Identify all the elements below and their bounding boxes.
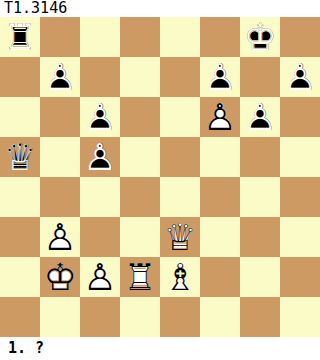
white-bishop-piece: ♝♗ [160,257,200,297]
square-g6[interactable]: ♟♙ [240,97,280,137]
square-a1[interactable] [0,297,40,337]
square-d5[interactable] [120,137,160,177]
queen-glyph-outline: ♕ [160,217,200,257]
square-b8[interactable] [40,17,80,57]
square-e1[interactable] [160,297,200,337]
black-pawn-piece: ♟♙ [40,57,80,97]
move-prompt: 1. ? [8,338,44,360]
white-king-piece: ♚♔ [40,257,80,297]
square-c5[interactable]: ♟♙ [80,137,120,177]
square-f1[interactable] [200,297,240,337]
square-b7[interactable]: ♟♙ [40,57,80,97]
queen-glyph-outline: ♕ [0,137,40,177]
square-f2[interactable] [200,257,240,297]
square-e7[interactable] [160,57,200,97]
square-c8[interactable] [80,17,120,57]
square-d8[interactable] [120,17,160,57]
chess-puzzle-window: T1.3146 ♜♖♚♔♟♙♟♙♟♙♟♙♟♙♟♙♛♕♟♙♟♙♛♕♚♔♟♙♜♖♝♗… [0,0,320,360]
square-e6[interactable] [160,97,200,137]
square-c6[interactable]: ♟♙ [80,97,120,137]
square-f4[interactable] [200,177,240,217]
pawn-glyph-fill: ♟ [40,57,80,97]
square-b6[interactable] [40,97,80,137]
queen-glyph-fill: ♛ [160,217,200,257]
pawn-glyph-outline: ♙ [80,97,120,137]
square-a3[interactable] [0,217,40,257]
pawn-glyph-fill: ♟ [80,97,120,137]
pawn-glyph-outline: ♙ [280,57,320,97]
square-b4[interactable] [40,177,80,217]
square-e8[interactable] [160,17,200,57]
square-a8[interactable]: ♜♖ [0,17,40,57]
white-rook-piece: ♜♖ [120,257,160,297]
chess-board: ♜♖♚♔♟♙♟♙♟♙♟♙♟♙♟♙♛♕♟♙♟♙♛♕♚♔♟♙♜♖♝♗ [0,17,320,337]
queen-glyph-fill: ♛ [0,137,40,177]
square-h7[interactable]: ♟♙ [280,57,320,97]
black-rook-piece: ♜♖ [0,17,40,57]
king-glyph-outline: ♔ [40,257,80,297]
square-c4[interactable] [80,177,120,217]
square-g4[interactable] [240,177,280,217]
square-g5[interactable] [240,137,280,177]
bishop-glyph-outline: ♗ [160,257,200,297]
white-pawn-piece: ♟♙ [200,97,240,137]
square-e5[interactable] [160,137,200,177]
square-f5[interactable] [200,137,240,177]
square-a7[interactable] [0,57,40,97]
pawn-glyph-fill: ♟ [80,257,120,297]
square-g3[interactable] [240,217,280,257]
square-d4[interactable] [120,177,160,217]
square-c2[interactable]: ♟♙ [80,257,120,297]
square-a2[interactable] [0,257,40,297]
square-a5[interactable]: ♛♕ [0,137,40,177]
square-e4[interactable] [160,177,200,217]
square-b5[interactable] [40,137,80,177]
king-glyph-outline: ♔ [240,17,280,57]
pawn-glyph-fill: ♟ [80,137,120,177]
square-g2[interactable] [240,257,280,297]
black-pawn-piece: ♟♙ [80,137,120,177]
square-d2[interactable]: ♜♖ [120,257,160,297]
black-pawn-piece: ♟♙ [200,57,240,97]
square-h5[interactable] [280,137,320,177]
black-pawn-piece: ♟♙ [240,97,280,137]
square-f6[interactable]: ♟♙ [200,97,240,137]
square-g7[interactable] [240,57,280,97]
black-pawn-piece: ♟♙ [80,97,120,137]
square-g1[interactable] [240,297,280,337]
pawn-glyph-fill: ♟ [200,57,240,97]
pawn-glyph-fill: ♟ [280,57,320,97]
square-h3[interactable] [280,217,320,257]
square-h1[interactable] [280,297,320,337]
pawn-glyph-outline: ♙ [200,57,240,97]
black-pawn-piece: ♟♙ [280,57,320,97]
rook-glyph-fill: ♜ [0,17,40,57]
square-d1[interactable] [120,297,160,337]
rook-glyph-outline: ♖ [0,17,40,57]
rook-glyph-fill: ♜ [120,257,160,297]
square-c3[interactable] [80,217,120,257]
square-h6[interactable] [280,97,320,137]
white-pawn-piece: ♟♙ [80,257,120,297]
square-f3[interactable] [200,217,240,257]
pawn-glyph-fill: ♟ [200,97,240,137]
square-g8[interactable]: ♚♔ [240,17,280,57]
king-glyph-fill: ♚ [40,257,80,297]
square-a4[interactable] [0,177,40,217]
square-h8[interactable] [280,17,320,57]
square-f8[interactable] [200,17,240,57]
square-b3[interactable]: ♟♙ [40,217,80,257]
white-pawn-piece: ♟♙ [40,217,80,257]
pawn-glyph-outline: ♙ [200,97,240,137]
square-e2[interactable]: ♝♗ [160,257,200,297]
bishop-glyph-fill: ♝ [160,257,200,297]
square-d6[interactable] [120,97,160,137]
square-d3[interactable] [120,217,160,257]
pawn-glyph-fill: ♟ [240,97,280,137]
pawn-glyph-outline: ♙ [240,97,280,137]
square-f7[interactable]: ♟♙ [200,57,240,97]
pawn-glyph-outline: ♙ [40,217,80,257]
pawn-glyph-outline: ♙ [80,257,120,297]
square-b1[interactable] [40,297,80,337]
black-king-piece: ♚♔ [240,17,280,57]
square-e3[interactable]: ♛♕ [160,217,200,257]
rook-glyph-outline: ♖ [120,257,160,297]
square-h4[interactable] [280,177,320,217]
king-glyph-fill: ♚ [240,17,280,57]
square-h2[interactable] [280,257,320,297]
square-d7[interactable] [120,57,160,97]
pawn-glyph-fill: ♟ [40,217,80,257]
white-queen-piece: ♛♕ [160,217,200,257]
pawn-glyph-outline: ♙ [80,137,120,177]
square-c7[interactable] [80,57,120,97]
square-c1[interactable] [80,297,120,337]
puzzle-title: T1.3146 [4,0,67,17]
square-b2[interactable]: ♚♔ [40,257,80,297]
square-a6[interactable] [0,97,40,137]
black-queen-piece: ♛♕ [0,137,40,177]
pawn-glyph-outline: ♙ [40,57,80,97]
